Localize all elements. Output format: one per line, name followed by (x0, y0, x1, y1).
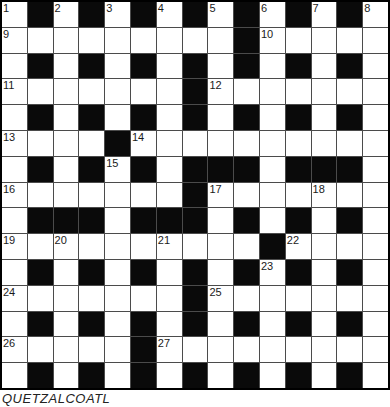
white-cell[interactable] (157, 363, 182, 388)
black-cell (183, 105, 208, 130)
white-cell[interactable] (54, 337, 79, 362)
black-cell (183, 363, 208, 388)
white-cell[interactable] (337, 337, 362, 362)
black-cell (234, 312, 259, 337)
black-cell (131, 312, 156, 337)
white-cell[interactable] (312, 105, 337, 130)
black-cell (79, 312, 104, 337)
black-cell (286, 312, 311, 337)
black-cell (183, 208, 208, 233)
white-cell[interactable] (312, 286, 337, 311)
black-cell (157, 208, 182, 233)
clue-number: 4 (158, 2, 164, 14)
black-cell (183, 2, 208, 27)
white-cell[interactable] (312, 208, 337, 233)
white-cell[interactable] (79, 183, 104, 208)
white-cell[interactable] (2, 54, 27, 79)
white-cell[interactable] (363, 157, 388, 182)
clue-number: 8 (364, 2, 370, 14)
white-cell[interactable] (260, 337, 285, 362)
white-cell[interactable] (260, 208, 285, 233)
white-cell[interactable] (28, 286, 53, 311)
white-cell[interactable] (157, 131, 182, 156)
white-cell[interactable] (260, 131, 285, 156)
white-cell[interactable]: 24 (2, 286, 27, 311)
white-cell[interactable] (363, 312, 388, 337)
white-cell[interactable] (312, 79, 337, 104)
white-cell[interactable]: 26 (2, 337, 27, 362)
white-cell[interactable] (157, 183, 182, 208)
black-cell (131, 260, 156, 285)
black-cell (286, 157, 311, 182)
white-cell[interactable] (2, 157, 27, 182)
white-cell[interactable]: 18 (312, 183, 337, 208)
black-cell (79, 2, 104, 27)
white-cell[interactable] (54, 183, 79, 208)
white-cell[interactable]: 3 (105, 2, 130, 27)
white-cell[interactable] (363, 54, 388, 79)
black-cell (28, 208, 53, 233)
white-cell[interactable] (2, 105, 27, 130)
white-cell[interactable] (260, 363, 285, 388)
white-cell[interactable] (363, 260, 388, 285)
white-cell[interactable] (54, 363, 79, 388)
white-cell[interactable]: 15 (105, 157, 130, 182)
clue-number: 21 (158, 234, 170, 246)
white-cell[interactable] (28, 131, 53, 156)
white-cell[interactable] (208, 105, 233, 130)
white-cell[interactable]: 13 (2, 131, 27, 156)
clue-number: 27 (158, 337, 170, 349)
white-cell[interactable] (105, 183, 130, 208)
clue-number: 7 (313, 2, 319, 14)
black-cell (79, 157, 104, 182)
white-cell[interactable] (183, 234, 208, 259)
black-cell (131, 337, 156, 362)
clue-number: 3 (106, 2, 112, 14)
white-cell[interactable] (363, 79, 388, 104)
black-cell (131, 105, 156, 130)
black-cell (131, 54, 156, 79)
white-cell[interactable] (234, 234, 259, 259)
white-cell[interactable] (79, 131, 104, 156)
black-cell (337, 105, 362, 130)
white-cell[interactable] (28, 337, 53, 362)
white-cell[interactable]: 8 (363, 2, 388, 27)
black-cell (234, 363, 259, 388)
white-cell[interactable] (79, 337, 104, 362)
white-cell[interactable] (183, 28, 208, 53)
white-cell[interactable] (157, 312, 182, 337)
white-cell[interactable] (286, 131, 311, 156)
white-cell[interactable] (208, 312, 233, 337)
clue-number: 10 (261, 28, 273, 40)
white-cell[interactable]: 5 (208, 2, 233, 27)
black-cell (54, 208, 79, 233)
white-cell[interactable] (363, 234, 388, 259)
white-cell[interactable] (131, 183, 156, 208)
black-cell (28, 54, 53, 79)
white-cell[interactable] (2, 312, 27, 337)
black-cell (234, 28, 259, 53)
black-cell (337, 54, 362, 79)
clue-number: 25 (209, 286, 221, 298)
clue-number: 23 (261, 260, 273, 272)
crossword-page: 1234567891011121314151617181920212223242… (0, 0, 390, 407)
clue-number: 14 (132, 131, 144, 143)
white-cell[interactable]: 7 (312, 2, 337, 27)
white-cell[interactable] (286, 79, 311, 104)
white-cell[interactable] (183, 131, 208, 156)
white-cell[interactable]: 1 (2, 2, 27, 27)
black-cell (79, 363, 104, 388)
black-cell (28, 105, 53, 130)
black-cell (183, 157, 208, 182)
white-cell[interactable]: 4 (157, 2, 182, 27)
black-cell (183, 312, 208, 337)
white-cell[interactable] (337, 183, 362, 208)
white-cell[interactable] (337, 286, 362, 311)
black-cell (79, 105, 104, 130)
black-cell (183, 183, 208, 208)
white-cell[interactable] (312, 28, 337, 53)
white-cell[interactable] (105, 312, 130, 337)
clue-number: 22 (287, 234, 299, 246)
white-cell[interactable] (54, 54, 79, 79)
white-cell[interactable] (28, 79, 53, 104)
black-cell (28, 260, 53, 285)
clue-number: 2 (55, 2, 61, 14)
white-cell[interactable] (312, 337, 337, 362)
white-cell[interactable] (105, 105, 130, 130)
black-cell (337, 208, 362, 233)
white-cell[interactable] (234, 337, 259, 362)
black-cell (337, 157, 362, 182)
white-cell[interactable] (234, 286, 259, 311)
black-cell (234, 54, 259, 79)
black-cell (312, 157, 337, 182)
black-cell (234, 208, 259, 233)
white-cell[interactable] (234, 131, 259, 156)
white-cell[interactable] (54, 286, 79, 311)
white-cell[interactable] (105, 337, 130, 362)
white-cell[interactable] (337, 28, 362, 53)
white-cell[interactable] (312, 234, 337, 259)
black-cell (183, 286, 208, 311)
white-cell[interactable] (131, 234, 156, 259)
black-cell (131, 208, 156, 233)
clue-number: 17 (209, 183, 221, 195)
white-cell[interactable] (312, 363, 337, 388)
white-cell[interactable] (2, 363, 27, 388)
white-cell[interactable] (54, 131, 79, 156)
clue-number: 12 (209, 79, 221, 91)
white-cell[interactable] (105, 79, 130, 104)
white-cell[interactable]: 17 (208, 183, 233, 208)
black-cell (28, 363, 53, 388)
clue-number: 11 (3, 79, 14, 91)
white-cell[interactable] (337, 234, 362, 259)
clue-number: 1 (3, 2, 9, 14)
white-cell[interactable] (79, 79, 104, 104)
white-cell[interactable] (260, 286, 285, 311)
black-cell (286, 54, 311, 79)
white-cell[interactable] (105, 260, 130, 285)
white-cell[interactable] (28, 183, 53, 208)
black-cell (79, 260, 104, 285)
black-cell (286, 208, 311, 233)
black-cell (234, 2, 259, 27)
white-cell[interactable]: 25 (208, 286, 233, 311)
white-cell[interactable] (260, 157, 285, 182)
white-cell[interactable] (54, 79, 79, 104)
black-cell (286, 260, 311, 285)
black-cell (260, 234, 285, 259)
white-cell[interactable] (260, 79, 285, 104)
black-cell (79, 208, 104, 233)
black-cell (183, 260, 208, 285)
white-cell[interactable] (260, 105, 285, 130)
black-cell (131, 157, 156, 182)
black-cell (28, 2, 53, 27)
black-cell (234, 105, 259, 130)
white-cell[interactable] (286, 286, 311, 311)
white-cell[interactable] (337, 79, 362, 104)
black-cell (337, 2, 362, 27)
black-cell (183, 54, 208, 79)
white-cell[interactable] (54, 28, 79, 53)
white-cell[interactable] (208, 260, 233, 285)
black-cell (131, 363, 156, 388)
white-cell[interactable] (157, 260, 182, 285)
white-cell[interactable] (157, 54, 182, 79)
white-cell[interactable] (312, 54, 337, 79)
white-cell[interactable]: 14 (131, 131, 156, 156)
white-cell[interactable] (312, 260, 337, 285)
black-cell (183, 79, 208, 104)
white-cell[interactable] (208, 28, 233, 53)
white-cell[interactable] (363, 208, 388, 233)
white-cell[interactable] (105, 28, 130, 53)
white-cell[interactable] (260, 312, 285, 337)
crossword-board: 1234567891011121314151617181920212223242… (0, 0, 390, 390)
white-cell[interactable]: 22 (286, 234, 311, 259)
white-cell[interactable] (105, 363, 130, 388)
white-cell[interactable] (157, 79, 182, 104)
black-cell (105, 131, 130, 156)
white-cell[interactable] (208, 208, 233, 233)
black-cell (337, 363, 362, 388)
white-cell[interactable] (2, 260, 27, 285)
white-cell[interactable] (157, 105, 182, 130)
white-cell[interactable] (363, 105, 388, 130)
white-cell[interactable] (54, 312, 79, 337)
white-cell[interactable] (131, 79, 156, 104)
white-cell[interactable] (157, 286, 182, 311)
white-cell[interactable] (105, 54, 130, 79)
black-cell (286, 2, 311, 27)
white-cell[interactable] (286, 337, 311, 362)
white-cell[interactable] (208, 234, 233, 259)
white-cell[interactable] (286, 28, 311, 53)
white-cell[interactable] (157, 157, 182, 182)
puzzle-title: QUETZALCOATL (0, 390, 390, 407)
white-cell[interactable] (312, 312, 337, 337)
white-cell[interactable]: 19 (2, 234, 27, 259)
white-cell[interactable] (337, 131, 362, 156)
clue-number: 6 (261, 2, 267, 14)
white-cell[interactable] (363, 131, 388, 156)
black-cell (79, 54, 104, 79)
white-cell[interactable] (208, 337, 233, 362)
black-cell (234, 260, 259, 285)
clue-number: 15 (106, 157, 118, 169)
white-cell[interactable]: 16 (2, 183, 27, 208)
black-cell (286, 363, 311, 388)
clue-number: 26 (3, 337, 15, 349)
white-cell[interactable] (208, 54, 233, 79)
white-cell[interactable] (54, 260, 79, 285)
white-cell[interactable]: 12 (208, 79, 233, 104)
white-cell[interactable] (79, 234, 104, 259)
black-cell (208, 157, 233, 182)
clue-number: 18 (313, 183, 325, 195)
white-cell[interactable] (363, 363, 388, 388)
black-cell (131, 2, 156, 27)
clue-number: 24 (3, 286, 15, 298)
white-cell[interactable] (79, 28, 104, 53)
clue-number: 5 (209, 2, 215, 14)
white-cell[interactable] (54, 157, 79, 182)
white-cell[interactable] (105, 208, 130, 233)
black-cell (234, 157, 259, 182)
white-cell[interactable] (363, 28, 388, 53)
white-cell[interactable] (260, 54, 285, 79)
white-cell[interactable] (312, 131, 337, 156)
white-cell[interactable] (363, 286, 388, 311)
white-cell[interactable] (28, 28, 53, 53)
clue-number: 20 (55, 234, 67, 246)
black-cell (28, 157, 53, 182)
clue-number: 19 (3, 234, 15, 246)
white-cell[interactable] (105, 234, 130, 259)
white-cell[interactable]: 27 (157, 337, 182, 362)
white-cell[interactable] (183, 337, 208, 362)
white-cell[interactable] (286, 183, 311, 208)
black-cell (286, 105, 311, 130)
white-cell[interactable] (260, 183, 285, 208)
white-cell[interactable]: 6 (260, 2, 285, 27)
white-cell[interactable] (234, 79, 259, 104)
white-cell[interactable] (363, 183, 388, 208)
white-cell[interactable] (54, 105, 79, 130)
white-cell[interactable] (28, 234, 53, 259)
white-cell[interactable]: 23 (260, 260, 285, 285)
white-cell[interactable]: 11 (2, 79, 27, 104)
white-cell[interactable] (363, 337, 388, 362)
clue-number: 9 (3, 28, 9, 40)
white-cell[interactable] (234, 183, 259, 208)
white-cell[interactable] (131, 28, 156, 53)
white-cell[interactable] (2, 208, 27, 233)
white-cell[interactable]: 10 (260, 28, 285, 53)
white-cell[interactable]: 2 (54, 2, 79, 27)
white-cell[interactable] (208, 363, 233, 388)
white-cell[interactable]: 20 (54, 234, 79, 259)
white-cell[interactable] (157, 28, 182, 53)
clue-number: 16 (3, 183, 15, 195)
white-cell[interactable] (208, 131, 233, 156)
white-cell[interactable] (79, 286, 104, 311)
white-cell[interactable] (131, 286, 156, 311)
white-cell[interactable]: 9 (2, 28, 27, 53)
white-cell[interactable] (105, 286, 130, 311)
black-cell (337, 260, 362, 285)
black-cell (337, 312, 362, 337)
black-cell (28, 312, 53, 337)
white-cell[interactable]: 21 (157, 234, 182, 259)
clue-number: 13 (3, 131, 15, 143)
